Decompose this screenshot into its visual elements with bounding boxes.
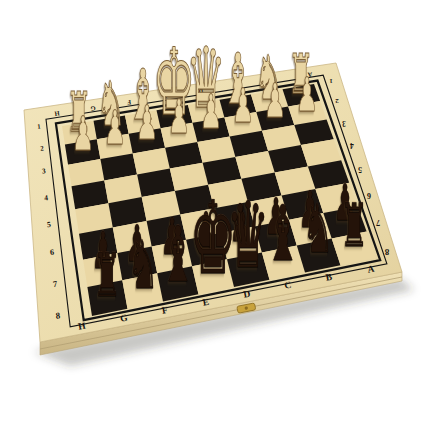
chess-set-photo: 11HH22GG33FF44EE55DD66CC77BB88AA ♜♞♝♛♚♝♞… — [0, 0, 425, 425]
chess-board — [0, 0, 425, 425]
